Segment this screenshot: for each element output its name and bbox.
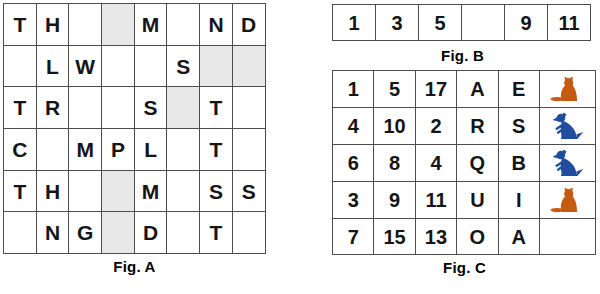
fig-c-cell-r5c5: A	[499, 219, 540, 256]
fig-a-cell-r3c3[interactable]	[69, 87, 102, 129]
fig-c-cell-r4c5: I	[499, 182, 540, 219]
fig-a-cell-r3c6	[167, 87, 200, 129]
fig-b-cell-r1c5: 9	[505, 5, 548, 41]
fig-b-cell-r1c6: 11	[548, 5, 591, 41]
fig-a-cell-r2c6: S	[167, 46, 200, 88]
fig-a-cell-r6c1[interactable]	[4, 212, 37, 254]
fig-a-cell-r3c5: S	[135, 87, 168, 129]
fig-a-cell-r4c4: P	[102, 129, 135, 171]
fig-a-cell-r1c1: T	[4, 4, 37, 46]
fig-c-cell-r1c5: E	[499, 71, 540, 108]
fig-c-cell-r3c2: 8	[374, 145, 415, 182]
fig-a-cell-r3c1: T	[4, 87, 37, 129]
fig-c-cell-r2c2: 10	[374, 108, 415, 145]
fig-c-cell-r1c2: 5	[374, 71, 415, 108]
fig-c-cell-r3c4: Q	[457, 145, 498, 182]
fig-c-cell-r2c5: S	[499, 108, 540, 145]
puzzle-worksheet: THMNDLWSTRSTCMPLTTHMSSNGDT Fig. A 135911…	[0, 0, 600, 294]
fig-a-cell-r1c5: M	[135, 4, 168, 46]
fig-a-cell-r5c3[interactable]	[69, 171, 102, 213]
fig-b-cell-r1c3: 5	[419, 5, 462, 41]
fig-a-cell-r3c4[interactable]	[102, 87, 135, 129]
fig-c-cell-r5c4: O	[457, 219, 498, 256]
fig-a-cell-r4c6[interactable]	[167, 129, 200, 171]
fig-c-cell-r4c2: 9	[374, 182, 415, 219]
fig-c-cell-r3c1: 6	[333, 145, 374, 182]
fig-a-cell-r5c6[interactable]	[167, 171, 200, 213]
fig-c-cell-r1c6	[540, 71, 596, 108]
dog-icon	[547, 149, 587, 177]
fig-a-cell-r6c4	[102, 212, 135, 254]
fig-a-label: Fig. A	[3, 258, 266, 275]
fig-c-cell-r5c3: 13	[416, 219, 457, 256]
fig-c-cell-r4c3: 11	[416, 182, 457, 219]
fig-c-grid: 1517AE 4102RS 684QB	[332, 70, 596, 255]
fig-a-cell-r3c2: R	[37, 87, 70, 129]
fig-a-cell-r1c8: D	[233, 4, 266, 46]
fig-c-cell-r3c5: B	[499, 145, 540, 182]
fig-a-cell-r5c5: M	[135, 171, 168, 213]
fig-c-cell-r4c1: 3	[333, 182, 374, 219]
fig-a-cell-r5c7: S	[200, 171, 233, 213]
fig-a-cell-r6c5: D	[135, 212, 168, 254]
fig-a-cell-r1c4	[102, 4, 135, 46]
fig-a-cell-r5c2: H	[37, 171, 70, 213]
figure-c: 1517AE 4102RS 684QB	[332, 70, 597, 276]
fig-c-cell-r4c4: U	[457, 182, 498, 219]
fig-c-cell-r2c6	[540, 108, 596, 145]
fig-a-cell-r2c1[interactable]	[4, 46, 37, 88]
fig-c-cell-r2c1: 4	[333, 108, 374, 145]
fig-c-cell-r5c2: 15	[374, 219, 415, 256]
fig-c-cell-r3c6	[540, 145, 596, 182]
fig-a-cell-r4c2[interactable]	[37, 129, 70, 171]
fig-a-cell-r1c7: N	[200, 4, 233, 46]
fig-a-cell-r5c4	[102, 171, 135, 213]
fig-c-cell-r2c4: R	[457, 108, 498, 145]
fig-a-cell-r4c8[interactable]	[233, 129, 266, 171]
fig-a-cell-r6c7: T	[200, 212, 233, 254]
fig-a-cell-r2c7	[200, 46, 233, 88]
fig-c-cell-r1c3: 17	[416, 71, 457, 108]
fig-a-cell-r6c3: G	[69, 212, 102, 254]
dog-icon	[547, 112, 587, 140]
fig-b-grid: 135911	[332, 4, 591, 41]
fig-a-cell-r3c7: T	[200, 87, 233, 129]
fig-a-cell-r1c3[interactable]	[69, 4, 102, 46]
fig-c-cell-r5c1: 7	[333, 219, 374, 256]
fig-b-cell-r1c2: 3	[376, 5, 419, 41]
fig-c-cell-r5c6[interactable]	[540, 219, 596, 256]
fig-a-grid: THMNDLWSTRSTCMPLTTHMSSNGDT	[3, 3, 266, 254]
fig-a-cell-r6c6[interactable]	[167, 212, 200, 254]
fig-a-cell-r1c6[interactable]	[167, 4, 200, 46]
fig-c-cell-r1c4: A	[457, 71, 498, 108]
fig-c-label: Fig. C	[332, 259, 597, 276]
fig-a-cell-r6c2: N	[37, 212, 70, 254]
fig-c-cell-r4c6	[540, 182, 596, 219]
fig-b-label: Fig. B	[332, 47, 593, 64]
fig-c-cell-r1c1: 1	[333, 71, 374, 108]
fig-a-cell-r2c2: L	[37, 46, 70, 88]
fig-a-cell-r5c8: S	[233, 171, 266, 213]
fig-a-cell-r4c3: M	[69, 129, 102, 171]
fig-b-cell-r1c4[interactable]	[462, 5, 505, 41]
figure-b: 135911 Fig. B	[332, 4, 593, 64]
fig-a-cell-r1c2: H	[37, 4, 70, 46]
fig-a-cell-r4c7: T	[200, 129, 233, 171]
fig-a-cell-r6c8[interactable]	[233, 212, 266, 254]
fig-b-cell-r1c1: 1	[333, 5, 376, 41]
fig-a-cell-r5c1: T	[4, 171, 37, 213]
fig-a-cell-r2c8	[233, 46, 266, 88]
fig-a-cell-r2c5[interactable]	[135, 46, 168, 88]
fig-a-cell-r2c3: W	[69, 46, 102, 88]
figure-a: THMNDLWSTRSTCMPLTTHMSSNGDT Fig. A	[3, 3, 266, 275]
fig-c-cell-r2c3: 2	[416, 108, 457, 145]
fig-a-cell-r3c8[interactable]	[233, 87, 266, 129]
fig-c-cell-r3c3: 4	[416, 145, 457, 182]
fig-a-cell-r2c4[interactable]	[102, 46, 135, 88]
cat-icon	[549, 76, 585, 102]
fig-a-cell-r4c5: L	[135, 129, 168, 171]
fig-a-cell-r4c1: C	[4, 129, 37, 171]
cat-icon	[549, 187, 585, 213]
